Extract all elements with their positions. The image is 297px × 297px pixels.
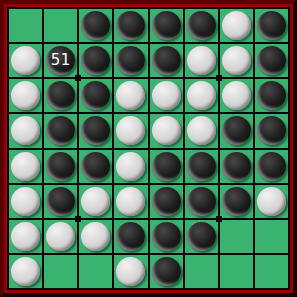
disc-black — [187, 187, 216, 216]
disc-white — [46, 222, 75, 251]
cell-d1[interactable] — [114, 9, 147, 42]
disc-black — [116, 46, 145, 75]
cell-g3[interactable] — [220, 79, 253, 112]
cell-g1[interactable] — [220, 9, 253, 42]
disc-black — [46, 116, 75, 145]
cell-f1[interactable] — [185, 9, 218, 42]
cell-f4[interactable] — [185, 114, 218, 147]
cell-h5[interactable] — [255, 150, 288, 183]
disc-black — [222, 152, 251, 181]
cell-d2[interactable] — [114, 44, 147, 77]
disc-white — [116, 257, 145, 286]
disc-black — [81, 116, 110, 145]
disc-white — [116, 152, 145, 181]
disc-white — [11, 222, 40, 251]
cell-g5[interactable] — [220, 150, 253, 183]
disc-white — [116, 81, 145, 110]
disc-black — [46, 81, 75, 110]
disc-black — [187, 11, 216, 40]
disc-black — [257, 11, 286, 40]
star-point — [75, 75, 81, 81]
cell-a1[interactable] — [9, 9, 42, 42]
disc-black — [116, 11, 145, 40]
disc-white — [11, 116, 40, 145]
cell-a5[interactable] — [9, 150, 42, 183]
disc-black — [257, 46, 286, 75]
cell-h6[interactable] — [255, 185, 288, 218]
cell-f5[interactable] — [185, 150, 218, 183]
disc-white — [222, 81, 251, 110]
disc-white — [152, 81, 181, 110]
cell-h1[interactable] — [255, 9, 288, 42]
disc-black — [81, 46, 110, 75]
disc-black — [46, 187, 75, 216]
cell-d7[interactable] — [114, 220, 147, 253]
disc-black — [152, 187, 181, 216]
disc-black — [152, 152, 181, 181]
cell-e2[interactable] — [150, 44, 183, 77]
disc-white — [116, 187, 145, 216]
cell-h2[interactable] — [255, 44, 288, 77]
disc-white — [11, 81, 40, 110]
cell-f8[interactable] — [185, 255, 218, 288]
cell-h7[interactable] — [255, 220, 288, 253]
cell-d8[interactable] — [114, 255, 147, 288]
cell-a6[interactable] — [9, 185, 42, 218]
disc-white — [257, 187, 286, 216]
disc-white — [11, 187, 40, 216]
disc-black — [222, 116, 251, 145]
cell-b8[interactable] — [44, 255, 77, 288]
disc-white — [11, 257, 40, 286]
last-move-number: 51 — [51, 53, 71, 68]
cell-b4[interactable] — [44, 114, 77, 147]
disc-white — [187, 81, 216, 110]
disc-white — [81, 222, 110, 251]
disc-black — [152, 46, 181, 75]
disc-white — [11, 46, 40, 75]
cell-d4[interactable] — [114, 114, 147, 147]
cell-a8[interactable] — [9, 255, 42, 288]
cell-b7[interactable] — [44, 220, 77, 253]
cell-e8[interactable] — [150, 255, 183, 288]
cell-e6[interactable] — [150, 185, 183, 218]
cell-b5[interactable] — [44, 150, 77, 183]
cell-a3[interactable] — [9, 79, 42, 112]
cell-g4[interactable] — [220, 114, 253, 147]
cell-e4[interactable] — [150, 114, 183, 147]
cell-e1[interactable] — [150, 9, 183, 42]
cell-a7[interactable] — [9, 220, 42, 253]
disc-black — [222, 187, 251, 216]
disc-white — [222, 11, 251, 40]
cell-f6[interactable] — [185, 185, 218, 218]
cell-g6[interactable] — [220, 185, 253, 218]
disc-black — [152, 257, 181, 286]
disc-black: 51 — [46, 46, 75, 75]
cell-a2[interactable] — [9, 44, 42, 77]
board-frame: 51 — [0, 0, 297, 297]
star-point — [75, 216, 81, 222]
cell-b2[interactable]: 51 — [44, 44, 77, 77]
cell-c4[interactable] — [79, 114, 112, 147]
disc-black — [116, 222, 145, 251]
cell-d3[interactable] — [114, 79, 147, 112]
cell-e7[interactable] — [150, 220, 183, 253]
cell-e5[interactable] — [150, 150, 183, 183]
cell-f3[interactable] — [185, 79, 218, 112]
board: 51 — [7, 7, 290, 290]
cell-c3[interactable] — [79, 79, 112, 112]
disc-black — [81, 81, 110, 110]
disc-white — [152, 116, 181, 145]
disc-black — [187, 152, 216, 181]
star-point — [216, 75, 222, 81]
cell-c5[interactable] — [79, 150, 112, 183]
disc-white — [116, 116, 145, 145]
cell-b1[interactable] — [44, 9, 77, 42]
cell-e3[interactable] — [150, 79, 183, 112]
cell-h4[interactable] — [255, 114, 288, 147]
disc-black — [152, 222, 181, 251]
cell-b3[interactable] — [44, 79, 77, 112]
disc-black — [257, 152, 286, 181]
disc-black — [152, 11, 181, 40]
cell-h3[interactable] — [255, 79, 288, 112]
disc-white — [11, 152, 40, 181]
disc-black — [257, 81, 286, 110]
cell-c6[interactable] — [79, 185, 112, 218]
cell-f7[interactable] — [185, 220, 218, 253]
disc-black — [81, 11, 110, 40]
cell-a4[interactable] — [9, 114, 42, 147]
disc-black — [81, 152, 110, 181]
cell-h8[interactable] — [255, 255, 288, 288]
cell-g8[interactable] — [220, 255, 253, 288]
disc-black — [46, 152, 75, 181]
cell-b6[interactable] — [44, 185, 77, 218]
cell-c1[interactable] — [79, 9, 112, 42]
disc-black — [187, 222, 216, 251]
disc-white — [222, 46, 251, 75]
cell-c8[interactable] — [79, 255, 112, 288]
cell-g7[interactable] — [220, 220, 253, 253]
cell-c7[interactable] — [79, 220, 112, 253]
disc-white — [81, 187, 110, 216]
star-point — [216, 216, 222, 222]
cell-f2[interactable] — [185, 44, 218, 77]
cell-d5[interactable] — [114, 150, 147, 183]
cell-c2[interactable] — [79, 44, 112, 77]
cell-d6[interactable] — [114, 185, 147, 218]
disc-white — [187, 46, 216, 75]
disc-white — [187, 116, 216, 145]
disc-black — [257, 116, 286, 145]
cell-g2[interactable] — [220, 44, 253, 77]
